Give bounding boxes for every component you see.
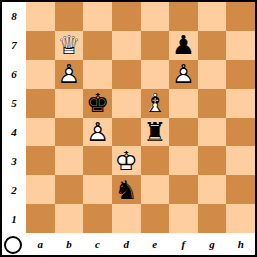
rank-label-1: 1 xyxy=(2,204,26,233)
square-h4[interactable] xyxy=(226,118,255,147)
square-c8[interactable] xyxy=(83,2,112,31)
square-g1[interactable] xyxy=(198,204,227,233)
file-label-d: d xyxy=(112,233,141,255)
square-b4[interactable] xyxy=(55,118,84,147)
rank-labels: 87654321 xyxy=(2,2,26,233)
file-label-g: g xyxy=(198,233,227,255)
white-bishop-outline: ♗ xyxy=(141,89,170,118)
square-b5[interactable] xyxy=(55,89,84,118)
square-d7[interactable] xyxy=(112,31,141,60)
square-a7[interactable] xyxy=(26,31,55,60)
square-e4[interactable]: ♜ xyxy=(141,118,170,147)
square-f2[interactable] xyxy=(169,175,198,204)
white-king-d3[interactable]: ♚♔ xyxy=(112,146,141,175)
square-h8[interactable] xyxy=(226,2,255,31)
square-e8[interactable] xyxy=(141,2,170,31)
file-labels: abcdefgh xyxy=(26,233,255,255)
chess-diagram: 87654321 ♛♕♟♟♙♟♙♚♝♗♟♙♜♚♔♞ abcdefgh xyxy=(0,0,257,257)
board: ♛♕♟♟♙♟♙♚♝♗♟♙♜♚♔♞ xyxy=(26,2,255,233)
white-pawn-outline: ♙ xyxy=(169,60,198,89)
white-pawn-f6[interactable]: ♟♙ xyxy=(169,60,198,89)
square-b1[interactable] xyxy=(55,204,84,233)
square-d2[interactable]: ♞ xyxy=(112,175,141,204)
square-f1[interactable] xyxy=(169,204,198,233)
file-label-e: e xyxy=(141,233,170,255)
white-queen-b7[interactable]: ♛♕ xyxy=(55,31,84,60)
square-b8[interactable] xyxy=(55,2,84,31)
rank-label-5: 5 xyxy=(2,89,26,118)
file-label-h: h xyxy=(226,233,255,255)
white-pawn-c4[interactable]: ♟♙ xyxy=(83,118,112,147)
black-king-glyph: ♚ xyxy=(83,89,112,118)
square-d8[interactable] xyxy=(112,2,141,31)
square-f6[interactable]: ♟♙ xyxy=(169,60,198,89)
square-d1[interactable] xyxy=(112,204,141,233)
rank-label-7: 7 xyxy=(2,31,26,60)
square-c1[interactable] xyxy=(83,204,112,233)
white-king-outline: ♔ xyxy=(112,146,141,175)
square-h1[interactable] xyxy=(226,204,255,233)
square-e5[interactable]: ♝♗ xyxy=(141,89,170,118)
square-f8[interactable] xyxy=(169,2,198,31)
rank-label-6: 6 xyxy=(2,60,26,89)
square-b2[interactable] xyxy=(55,175,84,204)
square-b3[interactable] xyxy=(55,146,84,175)
square-f3[interactable] xyxy=(169,146,198,175)
black-knight-glyph: ♞ xyxy=(112,175,141,204)
square-h7[interactable] xyxy=(226,31,255,60)
white-bishop-e5[interactable]: ♝♗ xyxy=(141,89,170,118)
square-g3[interactable] xyxy=(198,146,227,175)
square-g4[interactable] xyxy=(198,118,227,147)
square-h5[interactable] xyxy=(226,89,255,118)
white-pawn-outline: ♙ xyxy=(83,118,112,147)
square-e2[interactable] xyxy=(141,175,170,204)
square-a8[interactable] xyxy=(26,2,55,31)
file-label-b: b xyxy=(55,233,84,255)
square-a5[interactable] xyxy=(26,89,55,118)
square-c6[interactable] xyxy=(83,60,112,89)
square-g6[interactable] xyxy=(198,60,227,89)
square-a4[interactable] xyxy=(26,118,55,147)
square-f5[interactable] xyxy=(169,89,198,118)
rank-label-8: 8 xyxy=(2,2,26,31)
square-h2[interactable] xyxy=(226,175,255,204)
square-a6[interactable] xyxy=(26,60,55,89)
black-king-c5[interactable]: ♚ xyxy=(83,89,112,118)
square-e1[interactable] xyxy=(141,204,170,233)
white-pawn-outline: ♙ xyxy=(55,60,84,89)
square-f4[interactable] xyxy=(169,118,198,147)
white-pawn-b6[interactable]: ♟♙ xyxy=(55,60,84,89)
square-a3[interactable] xyxy=(26,146,55,175)
rank-label-3: 3 xyxy=(2,146,26,175)
square-b7[interactable]: ♛♕ xyxy=(55,31,84,60)
square-a2[interactable] xyxy=(26,175,55,204)
square-g7[interactable] xyxy=(198,31,227,60)
black-pawn-f7[interactable]: ♟ xyxy=(169,31,198,60)
square-c4[interactable]: ♟♙ xyxy=(83,118,112,147)
square-a1[interactable] xyxy=(26,204,55,233)
black-rook-glyph: ♜ xyxy=(141,118,170,147)
file-label-c: c xyxy=(83,233,112,255)
square-e7[interactable] xyxy=(141,31,170,60)
square-c5[interactable]: ♚ xyxy=(83,89,112,118)
square-d4[interactable] xyxy=(112,118,141,147)
white-queen-outline: ♕ xyxy=(55,31,84,60)
square-d6[interactable] xyxy=(112,60,141,89)
rank-label-2: 2 xyxy=(2,175,26,204)
black-rook-e4[interactable]: ♜ xyxy=(141,118,170,147)
square-c3[interactable] xyxy=(83,146,112,175)
black-pawn-glyph: ♟ xyxy=(169,31,198,60)
square-e6[interactable] xyxy=(141,60,170,89)
square-g2[interactable] xyxy=(198,175,227,204)
square-c2[interactable] xyxy=(83,175,112,204)
square-h6[interactable] xyxy=(226,60,255,89)
square-g5[interactable] xyxy=(198,89,227,118)
white-to-move-icon xyxy=(4,236,22,254)
square-d3[interactable]: ♚♔ xyxy=(112,146,141,175)
square-d5[interactable] xyxy=(112,89,141,118)
file-label-a: a xyxy=(26,233,55,255)
square-c7[interactable] xyxy=(83,31,112,60)
square-g8[interactable] xyxy=(198,2,227,31)
black-knight-d2[interactable]: ♞ xyxy=(112,175,141,204)
square-b6[interactable]: ♟♙ xyxy=(55,60,84,89)
square-h3[interactable] xyxy=(226,146,255,175)
rank-label-4: 4 xyxy=(2,118,26,147)
square-f7[interactable]: ♟ xyxy=(169,31,198,60)
square-e3[interactable] xyxy=(141,146,170,175)
file-label-f: f xyxy=(169,233,198,255)
